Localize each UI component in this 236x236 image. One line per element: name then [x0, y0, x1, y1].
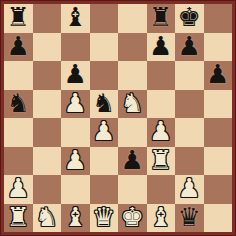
square-a4[interactable] [4, 118, 33, 147]
white-king: ♚ [121, 204, 144, 230]
square-g1[interactable]: ♛ [175, 204, 204, 233]
square-c4[interactable] [61, 118, 90, 147]
square-e2[interactable] [118, 175, 147, 204]
square-g3[interactable] [175, 147, 204, 176]
square-b8[interactable] [33, 4, 62, 33]
square-b5[interactable] [33, 90, 62, 119]
square-d1[interactable]: ♛ [90, 204, 119, 233]
square-h8[interactable] [204, 4, 233, 33]
white-rook: ♜ [7, 204, 30, 230]
square-d6[interactable] [90, 61, 119, 90]
square-c8[interactable]: ♝ [61, 4, 90, 33]
square-e7[interactable] [118, 33, 147, 62]
white-bishop: ♝ [149, 204, 172, 230]
black-knight: ♞ [92, 90, 115, 116]
square-g4[interactable] [175, 118, 204, 147]
black-rook: ♜ [149, 4, 172, 30]
square-e4[interactable] [118, 118, 147, 147]
square-d5[interactable]: ♞ [90, 90, 119, 119]
chess-board: ♜♝♜♚♟♟♟♟♟♞♟♞♞♟♟♟♟♜♟♟♜♞♝♛♚♝♛ [4, 4, 232, 232]
black-pawn: ♟ [149, 33, 172, 59]
square-e3[interactable]: ♟ [118, 147, 147, 176]
square-a6[interactable] [4, 61, 33, 90]
white-knight: ♞ [121, 90, 144, 116]
square-c5[interactable]: ♟ [61, 90, 90, 119]
black-queen: ♛ [178, 204, 201, 230]
square-h1[interactable] [204, 204, 233, 233]
square-a8[interactable]: ♜ [4, 4, 33, 33]
square-e5[interactable]: ♞ [118, 90, 147, 119]
square-g6[interactable] [175, 61, 204, 90]
square-b2[interactable] [33, 175, 62, 204]
square-f8[interactable]: ♜ [147, 4, 176, 33]
white-pawn: ♟ [64, 147, 87, 173]
square-g5[interactable] [175, 90, 204, 119]
square-h2[interactable] [204, 175, 233, 204]
square-b3[interactable] [33, 147, 62, 176]
square-f2[interactable] [147, 175, 176, 204]
white-rook: ♜ [149, 147, 172, 173]
square-b6[interactable] [33, 61, 62, 90]
white-pawn: ♟ [92, 118, 115, 144]
square-b4[interactable] [33, 118, 62, 147]
black-king: ♚ [178, 4, 201, 30]
square-f3[interactable]: ♜ [147, 147, 176, 176]
white-pawn: ♟ [64, 90, 87, 116]
black-rook: ♜ [7, 4, 30, 30]
square-a5[interactable]: ♞ [4, 90, 33, 119]
black-pawn: ♟ [7, 33, 30, 59]
black-pawn: ♟ [121, 147, 144, 173]
square-a1[interactable]: ♜ [4, 204, 33, 233]
square-d7[interactable] [90, 33, 119, 62]
square-g2[interactable]: ♟ [175, 175, 204, 204]
square-f7[interactable]: ♟ [147, 33, 176, 62]
square-c6[interactable]: ♟ [61, 61, 90, 90]
square-h6[interactable]: ♟ [204, 61, 233, 90]
square-g8[interactable]: ♚ [175, 4, 204, 33]
square-f1[interactable]: ♝ [147, 204, 176, 233]
white-pawn: ♟ [7, 175, 30, 201]
square-h4[interactable] [204, 118, 233, 147]
square-d2[interactable] [90, 175, 119, 204]
square-h5[interactable] [204, 90, 233, 119]
square-e6[interactable] [118, 61, 147, 90]
square-h3[interactable] [204, 147, 233, 176]
black-bishop: ♝ [64, 4, 87, 30]
square-c7[interactable] [61, 33, 90, 62]
square-f4[interactable]: ♟ [147, 118, 176, 147]
black-pawn: ♟ [64, 61, 87, 87]
square-e1[interactable]: ♚ [118, 204, 147, 233]
white-knight: ♞ [35, 204, 58, 230]
square-b7[interactable] [33, 33, 62, 62]
square-c2[interactable] [61, 175, 90, 204]
square-a2[interactable]: ♟ [4, 175, 33, 204]
square-d4[interactable]: ♟ [90, 118, 119, 147]
black-knight: ♞ [7, 90, 30, 116]
square-h7[interactable] [204, 33, 233, 62]
square-f5[interactable] [147, 90, 176, 119]
square-c3[interactable]: ♟ [61, 147, 90, 176]
black-pawn: ♟ [206, 61, 229, 87]
square-a3[interactable] [4, 147, 33, 176]
square-g7[interactable]: ♟ [175, 33, 204, 62]
chess-board-frame: ♜♝♜♚♟♟♟♟♟♞♟♞♞♟♟♟♟♜♟♟♜♞♝♛♚♝♛ [0, 0, 236, 236]
square-c1[interactable]: ♝ [61, 204, 90, 233]
square-b1[interactable]: ♞ [33, 204, 62, 233]
square-d8[interactable] [90, 4, 119, 33]
white-pawn: ♟ [149, 118, 172, 144]
white-queen: ♛ [92, 204, 115, 230]
square-d3[interactable] [90, 147, 119, 176]
square-a7[interactable]: ♟ [4, 33, 33, 62]
square-e8[interactable] [118, 4, 147, 33]
white-bishop: ♝ [64, 204, 87, 230]
white-pawn: ♟ [178, 175, 201, 201]
square-f6[interactable] [147, 61, 176, 90]
black-pawn: ♟ [178, 33, 201, 59]
